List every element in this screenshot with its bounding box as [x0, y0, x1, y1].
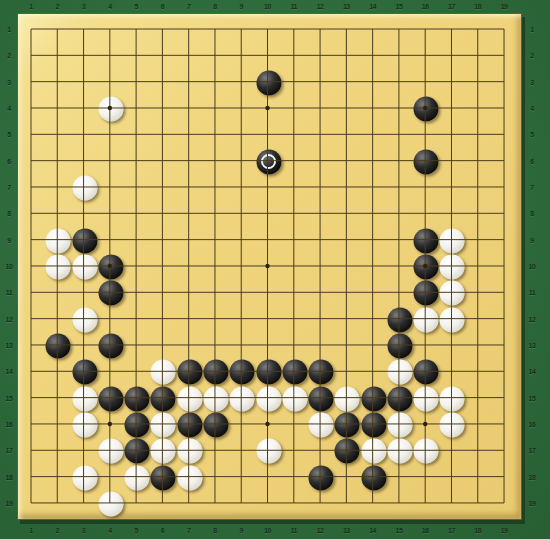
star-point	[108, 264, 112, 268]
star-point	[108, 106, 112, 110]
star-point	[423, 106, 427, 110]
star-point	[423, 264, 427, 268]
star-point	[265, 106, 269, 110]
grid-lines	[0, 0, 550, 539]
star-point	[423, 422, 427, 426]
go-game-screenshot: 1122334455667788991010111112121313141415…	[0, 0, 550, 539]
star-point	[265, 422, 269, 426]
star-point	[265, 264, 269, 268]
star-point	[108, 422, 112, 426]
